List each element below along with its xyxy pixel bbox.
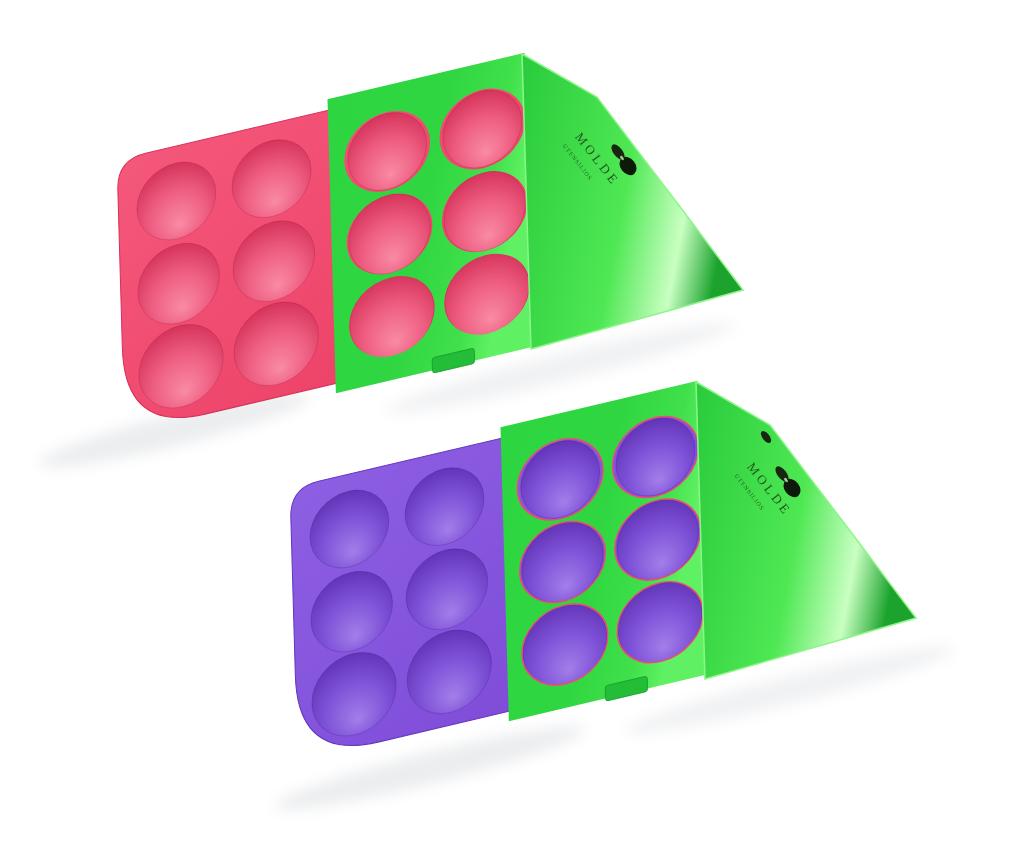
product-photo: MOLDE UTENSILIOS (0, 0, 1024, 848)
pink-sleeve-overhang (522, 54, 743, 349)
purple-sleeve-overhang (696, 382, 916, 679)
purple-mold-package (290, 380, 710, 774)
photo-canvas: MOLDE UTENSILIOS (0, 0, 1024, 848)
